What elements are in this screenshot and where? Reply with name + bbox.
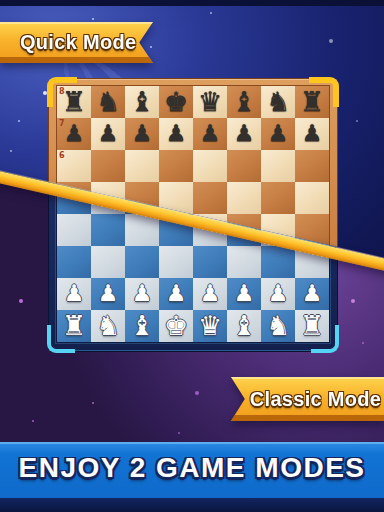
square-c6[interactable] [125,150,159,182]
quick-mode-label: Quick Mode [20,31,136,54]
square-g7[interactable]: ♟ [261,118,295,150]
gold-corner-top-right-icon [309,77,339,107]
white-knight: ♞ [96,312,120,339]
top-dark-strip [0,0,384,6]
white-pawn: ♟ [166,282,187,305]
black-pawn: ♟ [268,122,289,145]
square-e5[interactable] [193,182,227,214]
black-king: ♚ [164,88,188,115]
gold-corner-top-left-icon [47,77,77,107]
square-a4[interactable] [57,214,91,246]
square-b4[interactable] [91,214,125,246]
square-h2[interactable]: ♟ [295,278,329,310]
square-e2[interactable]: ♟ [193,278,227,310]
white-pawn: ♟ [98,282,119,305]
white-pawn: ♟ [302,282,323,305]
square-f6[interactable] [227,150,261,182]
square-h7[interactable]: ♟ [295,118,329,150]
square-f2[interactable]: ♟ [227,278,261,310]
square-e7[interactable]: ♟ [193,118,227,150]
app-screenshot: 8♜♞♝♚♛♝♞♜7♟♟♟♟♟♟♟♟6♟♟♟♟♟♟♟♟♜♞♝♚♛♝♞♜ ♜♞♝♚… [0,0,384,512]
square-b3[interactable] [91,246,125,278]
black-pawn: ♟ [302,122,323,145]
square-f5[interactable] [227,182,261,214]
square-a3[interactable] [57,246,91,278]
square-d1[interactable]: ♚ [159,310,193,342]
square-a2[interactable]: ♟ [57,278,91,310]
square-c3[interactable] [125,246,159,278]
cyan-corner-bottom-right-icon [311,325,339,353]
square-b7[interactable]: ♟ [91,118,125,150]
square-e1[interactable]: ♛ [193,310,227,342]
white-pawn: ♟ [64,282,85,305]
square-c1[interactable]: ♝ [125,310,159,342]
black-pawn: ♟ [234,122,255,145]
classic-mode-ribbon: Classic Mode [231,377,384,421]
square-b6[interactable] [91,150,125,182]
square-g2[interactable]: ♟ [261,278,295,310]
classic-mode-label: Classic Mode [250,388,381,411]
black-pawn: ♟ [166,122,187,145]
square-d3[interactable] [159,246,193,278]
square-a6[interactable]: 6 [57,150,91,182]
white-pawn: ♟ [234,282,255,305]
tagline-text: ENJOY 2 GAME MODES [0,452,384,484]
black-pawn: ♟ [98,122,119,145]
square-b2[interactable]: ♟ [91,278,125,310]
black-knight: ♞ [96,88,120,115]
square-g3[interactable] [261,246,295,278]
square-c2[interactable]: ♟ [125,278,159,310]
square-g8[interactable]: ♞ [261,86,295,118]
white-pawn: ♟ [200,282,221,305]
white-knight: ♞ [266,312,290,339]
square-e8[interactable]: ♛ [193,86,227,118]
square-e6[interactable] [193,150,227,182]
square-c7[interactable]: ♟ [125,118,159,150]
quick-mode-ribbon: Quick Mode [0,22,153,63]
square-d7[interactable]: ♟ [159,118,193,150]
cyan-corner-bottom-left-icon [47,325,75,353]
square-h5[interactable] [295,182,329,214]
white-pawn: ♟ [268,282,289,305]
classic-mode-ribbon-shape: Classic Mode [231,377,384,421]
square-c4[interactable] [125,214,159,246]
white-king: ♚ [164,312,188,339]
square-b1[interactable]: ♞ [91,310,125,342]
quick-mode-ribbon-shape: Quick Mode [0,22,153,63]
square-f3[interactable] [227,246,261,278]
square-f7[interactable]: ♟ [227,118,261,150]
square-h6[interactable] [295,150,329,182]
square-d6[interactable] [159,150,193,182]
black-bishop: ♝ [130,88,154,115]
rank-label: 6 [59,151,65,160]
square-d8[interactable]: ♚ [159,86,193,118]
square-g5[interactable] [261,182,295,214]
square-d2[interactable]: ♟ [159,278,193,310]
square-e3[interactable] [193,246,227,278]
square-f1[interactable]: ♝ [227,310,261,342]
black-pawn: ♟ [64,122,85,145]
square-g1[interactable]: ♞ [261,310,295,342]
square-g6[interactable] [261,150,295,182]
black-knight: ♞ [266,88,290,115]
white-bishop: ♝ [232,312,256,339]
square-f8[interactable]: ♝ [227,86,261,118]
white-queen: ♛ [198,312,222,339]
white-pawn: ♟ [132,282,153,305]
black-queen: ♛ [198,88,222,115]
footer-dark-strip [0,498,384,512]
square-a7[interactable]: 7♟ [57,118,91,150]
white-bishop: ♝ [130,312,154,339]
black-bishop: ♝ [232,88,256,115]
black-pawn: ♟ [132,122,153,145]
black-pawn: ♟ [200,122,221,145]
square-b8[interactable]: ♞ [91,86,125,118]
square-c8[interactable]: ♝ [125,86,159,118]
